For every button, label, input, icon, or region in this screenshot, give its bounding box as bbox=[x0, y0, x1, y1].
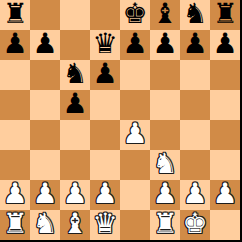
square-e4[interactable]: ♟ bbox=[120, 120, 150, 150]
square-c4[interactable] bbox=[60, 120, 90, 150]
piece-black-knight[interactable]: ♞ bbox=[62, 60, 87, 89]
square-g3[interactable] bbox=[180, 150, 210, 180]
square-h7[interactable]: ♟ bbox=[210, 30, 240, 60]
piece-black-knight[interactable]: ♞ bbox=[182, 0, 207, 29]
piece-black-rook[interactable]: ♜ bbox=[2, 0, 27, 29]
square-d3[interactable] bbox=[90, 150, 120, 180]
square-a5[interactable] bbox=[0, 90, 30, 120]
square-b6[interactable] bbox=[30, 60, 60, 90]
square-f3[interactable]: ♞ bbox=[150, 150, 180, 180]
piece-white-pawn[interactable]: ♟ bbox=[92, 180, 117, 209]
square-f1[interactable]: ♜ bbox=[150, 210, 180, 240]
square-e8[interactable]: ♚ bbox=[120, 0, 150, 30]
piece-white-king[interactable]: ♚ bbox=[182, 210, 207, 239]
square-g2[interactable]: ♟ bbox=[180, 180, 210, 210]
square-c5[interactable]: ♟ bbox=[60, 90, 90, 120]
square-d6[interactable]: ♟ bbox=[90, 60, 120, 90]
piece-black-pawn[interactable]: ♟ bbox=[122, 30, 147, 59]
piece-black-pawn[interactable]: ♟ bbox=[32, 30, 57, 59]
square-a4[interactable] bbox=[0, 120, 30, 150]
piece-white-queen[interactable]: ♛ bbox=[92, 210, 117, 239]
piece-black-rook[interactable]: ♜ bbox=[212, 0, 237, 29]
square-b1[interactable]: ♞ bbox=[30, 210, 60, 240]
square-b3[interactable] bbox=[30, 150, 60, 180]
square-h5[interactable] bbox=[210, 90, 240, 120]
square-c8[interactable] bbox=[60, 0, 90, 30]
square-e2[interactable] bbox=[120, 180, 150, 210]
square-a7[interactable]: ♟ bbox=[0, 30, 30, 60]
piece-white-rook[interactable]: ♜ bbox=[152, 210, 177, 239]
square-d7[interactable]: ♛ bbox=[90, 30, 120, 60]
piece-black-pawn[interactable]: ♟ bbox=[152, 30, 177, 59]
square-g8[interactable]: ♞ bbox=[180, 0, 210, 30]
square-g4[interactable] bbox=[180, 120, 210, 150]
square-d5[interactable] bbox=[90, 90, 120, 120]
square-a8[interactable]: ♜ bbox=[0, 0, 30, 30]
piece-black-pawn[interactable]: ♟ bbox=[212, 30, 237, 59]
piece-black-queen[interactable]: ♛ bbox=[92, 30, 117, 59]
piece-white-pawn[interactable]: ♟ bbox=[122, 120, 147, 149]
square-b7[interactable]: ♟ bbox=[30, 30, 60, 60]
square-f2[interactable]: ♟ bbox=[150, 180, 180, 210]
square-f4[interactable] bbox=[150, 120, 180, 150]
square-h3[interactable] bbox=[210, 150, 240, 180]
piece-white-pawn[interactable]: ♟ bbox=[32, 180, 57, 209]
piece-black-pawn[interactable]: ♟ bbox=[62, 90, 87, 119]
square-e6[interactable] bbox=[120, 60, 150, 90]
square-c1[interactable]: ♝ bbox=[60, 210, 90, 240]
square-b4[interactable] bbox=[30, 120, 60, 150]
square-f7[interactable]: ♟ bbox=[150, 30, 180, 60]
piece-black-king[interactable]: ♚ bbox=[122, 0, 147, 29]
square-b2[interactable]: ♟ bbox=[30, 180, 60, 210]
square-g7[interactable]: ♟ bbox=[180, 30, 210, 60]
square-c6[interactable]: ♞ bbox=[60, 60, 90, 90]
square-h8[interactable]: ♜ bbox=[210, 0, 240, 30]
square-d2[interactable]: ♟ bbox=[90, 180, 120, 210]
square-h6[interactable] bbox=[210, 60, 240, 90]
square-c2[interactable]: ♟ bbox=[60, 180, 90, 210]
piece-white-pawn[interactable]: ♟ bbox=[152, 180, 177, 209]
square-c7[interactable] bbox=[60, 30, 90, 60]
square-e3[interactable] bbox=[120, 150, 150, 180]
chess-board: ♜♚♝♞♜♟♟♛♟♟♟♟♞♟♟♟♞♟♟♟♟♟♟♟♜♞♝♛♜♚ bbox=[0, 0, 242, 242]
square-d1[interactable]: ♛ bbox=[90, 210, 120, 240]
piece-white-knight[interactable]: ♞ bbox=[152, 150, 177, 179]
piece-black-bishop[interactable]: ♝ bbox=[152, 0, 177, 29]
piece-white-pawn[interactable]: ♟ bbox=[212, 180, 237, 209]
piece-white-rook[interactable]: ♜ bbox=[2, 210, 27, 239]
square-h4[interactable] bbox=[210, 120, 240, 150]
square-b5[interactable] bbox=[30, 90, 60, 120]
square-h1[interactable] bbox=[210, 210, 240, 240]
square-h2[interactable]: ♟ bbox=[210, 180, 240, 210]
square-a3[interactable] bbox=[0, 150, 30, 180]
square-g1[interactable]: ♚ bbox=[180, 210, 210, 240]
square-d8[interactable] bbox=[90, 0, 120, 30]
square-e5[interactable] bbox=[120, 90, 150, 120]
piece-white-pawn[interactable]: ♟ bbox=[2, 180, 27, 209]
square-c3[interactable] bbox=[60, 150, 90, 180]
piece-white-bishop[interactable]: ♝ bbox=[62, 210, 87, 239]
square-a2[interactable]: ♟ bbox=[0, 180, 30, 210]
square-e7[interactable]: ♟ bbox=[120, 30, 150, 60]
piece-white-pawn[interactable]: ♟ bbox=[182, 180, 207, 209]
piece-black-pawn[interactable]: ♟ bbox=[2, 30, 27, 59]
piece-black-pawn[interactable]: ♟ bbox=[92, 60, 117, 89]
square-a1[interactable]: ♜ bbox=[0, 210, 30, 240]
square-a6[interactable] bbox=[0, 60, 30, 90]
piece-white-pawn[interactable]: ♟ bbox=[62, 180, 87, 209]
square-g5[interactable] bbox=[180, 90, 210, 120]
square-e1[interactable] bbox=[120, 210, 150, 240]
piece-black-pawn[interactable]: ♟ bbox=[182, 30, 207, 59]
piece-white-knight[interactable]: ♞ bbox=[32, 210, 57, 239]
square-d4[interactable] bbox=[90, 120, 120, 150]
square-f8[interactable]: ♝ bbox=[150, 0, 180, 30]
square-f6[interactable] bbox=[150, 60, 180, 90]
square-f5[interactable] bbox=[150, 90, 180, 120]
square-g6[interactable] bbox=[180, 60, 210, 90]
square-b8[interactable] bbox=[30, 0, 60, 30]
